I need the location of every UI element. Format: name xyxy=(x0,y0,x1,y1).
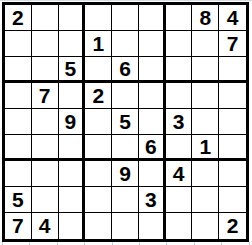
cell-r2c7[interactable] xyxy=(166,31,193,57)
background-gridline xyxy=(0,0,252,1)
cell-r1c1[interactable]: 2 xyxy=(5,5,32,31)
cell-r9c5[interactable] xyxy=(112,213,139,239)
cell-r1c3[interactable] xyxy=(59,5,86,31)
cell-r9c2[interactable]: 4 xyxy=(32,213,59,239)
cell-r2c2[interactable] xyxy=(32,31,59,57)
cell-r8c3[interactable] xyxy=(59,187,86,213)
cell-r1c9[interactable]: 4 xyxy=(219,5,246,31)
cell-r6c4[interactable] xyxy=(85,135,112,161)
cell-r3c4[interactable] xyxy=(85,57,112,83)
cell-r1c4[interactable] xyxy=(85,5,112,31)
cell-r4c6[interactable] xyxy=(139,83,166,109)
cell-r1c5[interactable] xyxy=(112,5,139,31)
cell-r4c2[interactable]: 7 xyxy=(32,83,59,109)
cell-r7c1[interactable] xyxy=(5,161,32,187)
cell-r1c8[interactable]: 8 xyxy=(192,5,219,31)
cell-r5c2[interactable] xyxy=(32,109,59,135)
cell-r5c1[interactable] xyxy=(5,109,32,135)
cell-r6c9[interactable] xyxy=(219,135,246,161)
cell-r6c1[interactable] xyxy=(5,135,32,161)
cell-r2c9[interactable]: 7 xyxy=(219,31,246,57)
cell-r8c7[interactable] xyxy=(166,187,193,213)
cell-r8c6[interactable]: 3 xyxy=(139,187,166,213)
cell-r2c1[interactable] xyxy=(5,31,32,57)
cell-r7c6[interactable] xyxy=(139,161,166,187)
cell-r6c5[interactable] xyxy=(112,135,139,161)
sudoku-screenshot: 284175672953619453742 xyxy=(0,0,252,245)
cell-r9c6[interactable] xyxy=(139,213,166,239)
cell-r3c3[interactable]: 5 xyxy=(59,57,86,83)
cell-r5c8[interactable] xyxy=(192,109,219,135)
cell-r4c4[interactable]: 2 xyxy=(85,83,112,109)
cell-r5c3[interactable]: 9 xyxy=(59,109,86,135)
cell-r7c2[interactable] xyxy=(32,161,59,187)
cell-r5c6[interactable] xyxy=(139,109,166,135)
cell-r4c1[interactable] xyxy=(5,83,32,109)
cell-r7c9[interactable] xyxy=(219,161,246,187)
cell-r5c5[interactable]: 5 xyxy=(112,109,139,135)
cell-r6c3[interactable] xyxy=(59,135,86,161)
cell-r7c5[interactable]: 9 xyxy=(112,161,139,187)
cell-r7c7[interactable]: 4 xyxy=(166,161,193,187)
cell-r1c2[interactable] xyxy=(32,5,59,31)
cell-r6c6[interactable]: 6 xyxy=(139,135,166,161)
cell-r3c5[interactable]: 6 xyxy=(112,57,139,83)
cell-r9c4[interactable] xyxy=(85,213,112,239)
cell-r8c8[interactable] xyxy=(192,187,219,213)
cell-r3c2[interactable] xyxy=(32,57,59,83)
cell-r9c9[interactable]: 2 xyxy=(219,213,246,239)
cell-r1c6[interactable] xyxy=(139,5,166,31)
cell-r2c3[interactable] xyxy=(59,31,86,57)
cell-r9c1[interactable]: 7 xyxy=(5,213,32,239)
cell-r9c3[interactable] xyxy=(59,213,86,239)
cell-r4c8[interactable] xyxy=(192,83,219,109)
cell-r1c7[interactable] xyxy=(166,5,193,31)
cell-r4c3[interactable] xyxy=(59,83,86,109)
cell-r6c7[interactable] xyxy=(166,135,193,161)
cell-r6c2[interactable] xyxy=(32,135,59,161)
cell-r3c9[interactable] xyxy=(219,57,246,83)
cell-r2c6[interactable] xyxy=(139,31,166,57)
cell-r8c1[interactable]: 5 xyxy=(5,187,32,213)
cell-r4c7[interactable] xyxy=(166,83,193,109)
cell-r2c8[interactable] xyxy=(192,31,219,57)
cell-r2c5[interactable] xyxy=(112,31,139,57)
cell-r8c9[interactable] xyxy=(219,187,246,213)
cell-r3c7[interactable] xyxy=(166,57,193,83)
cell-r5c9[interactable] xyxy=(219,109,246,135)
cell-r7c8[interactable] xyxy=(192,161,219,187)
cell-r4c5[interactable] xyxy=(112,83,139,109)
cell-r8c2[interactable] xyxy=(32,187,59,213)
cell-r3c6[interactable] xyxy=(139,57,166,83)
cell-r6c8[interactable]: 1 xyxy=(192,135,219,161)
cell-r8c5[interactable] xyxy=(112,187,139,213)
cell-r9c8[interactable] xyxy=(192,213,219,239)
cell-r7c3[interactable] xyxy=(59,161,86,187)
cell-r4c9[interactable] xyxy=(219,83,246,109)
cell-r9c7[interactable] xyxy=(166,213,193,239)
cell-r8c4[interactable] xyxy=(85,187,112,213)
cell-r7c4[interactable] xyxy=(85,161,112,187)
cell-r5c7[interactable]: 3 xyxy=(166,109,193,135)
cell-r2c4[interactable]: 1 xyxy=(85,31,112,57)
sudoku-board: 284175672953619453742 xyxy=(2,2,249,242)
cell-r3c1[interactable] xyxy=(5,57,32,83)
cell-r5c4[interactable] xyxy=(85,109,112,135)
cell-r3c8[interactable] xyxy=(192,57,219,83)
